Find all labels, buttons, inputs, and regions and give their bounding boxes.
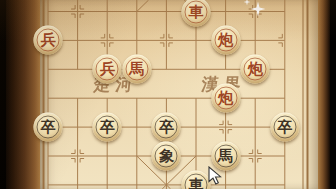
piece-glyph: 兵 [41,33,56,48]
piece-glyph: 兵 [100,62,115,77]
piece-glyph: 卒 [100,120,115,135]
piece-red-cannon[interactable]: 炮 [241,55,270,84]
piece-black-pawn[interactable]: 卒 [152,113,181,142]
piece-black-horse[interactable]: 馬 [211,142,240,171]
piece-glyph: 卒 [159,120,174,135]
piece-glyph: 卒 [277,120,292,135]
piece-glyph: 馬 [218,149,233,164]
piece-red-cannon[interactable]: 炮 [211,84,240,113]
game-screen: 楚河 漢界 車兵炮兵馬炮炮卒卒卒卒象馬車 [0,0,336,189]
piece-black-pawn[interactable]: 卒 [270,113,299,142]
piece-glyph: 象 [159,149,174,164]
piece-red-pawn[interactable]: 兵 [34,26,63,55]
piece-red-pawn[interactable]: 兵 [93,55,122,84]
piece-red-cannon[interactable]: 炮 [211,26,240,55]
piece-black-pawn[interactable]: 卒 [34,113,63,142]
piece-glyph: 車 [189,177,204,189]
piece-black-elephant[interactable]: 象 [152,142,181,171]
piece-glyph: 馬 [129,62,144,77]
piece-glyph: 炮 [248,62,263,77]
piece-black-pawn[interactable]: 卒 [93,113,122,142]
piece-glyph: 炮 [218,91,233,106]
piece-red-horse[interactable]: 馬 [122,55,151,84]
piece-glyph: 卒 [41,120,56,135]
piece-glyph: 炮 [218,33,233,48]
piece-glyph: 車 [189,4,204,19]
